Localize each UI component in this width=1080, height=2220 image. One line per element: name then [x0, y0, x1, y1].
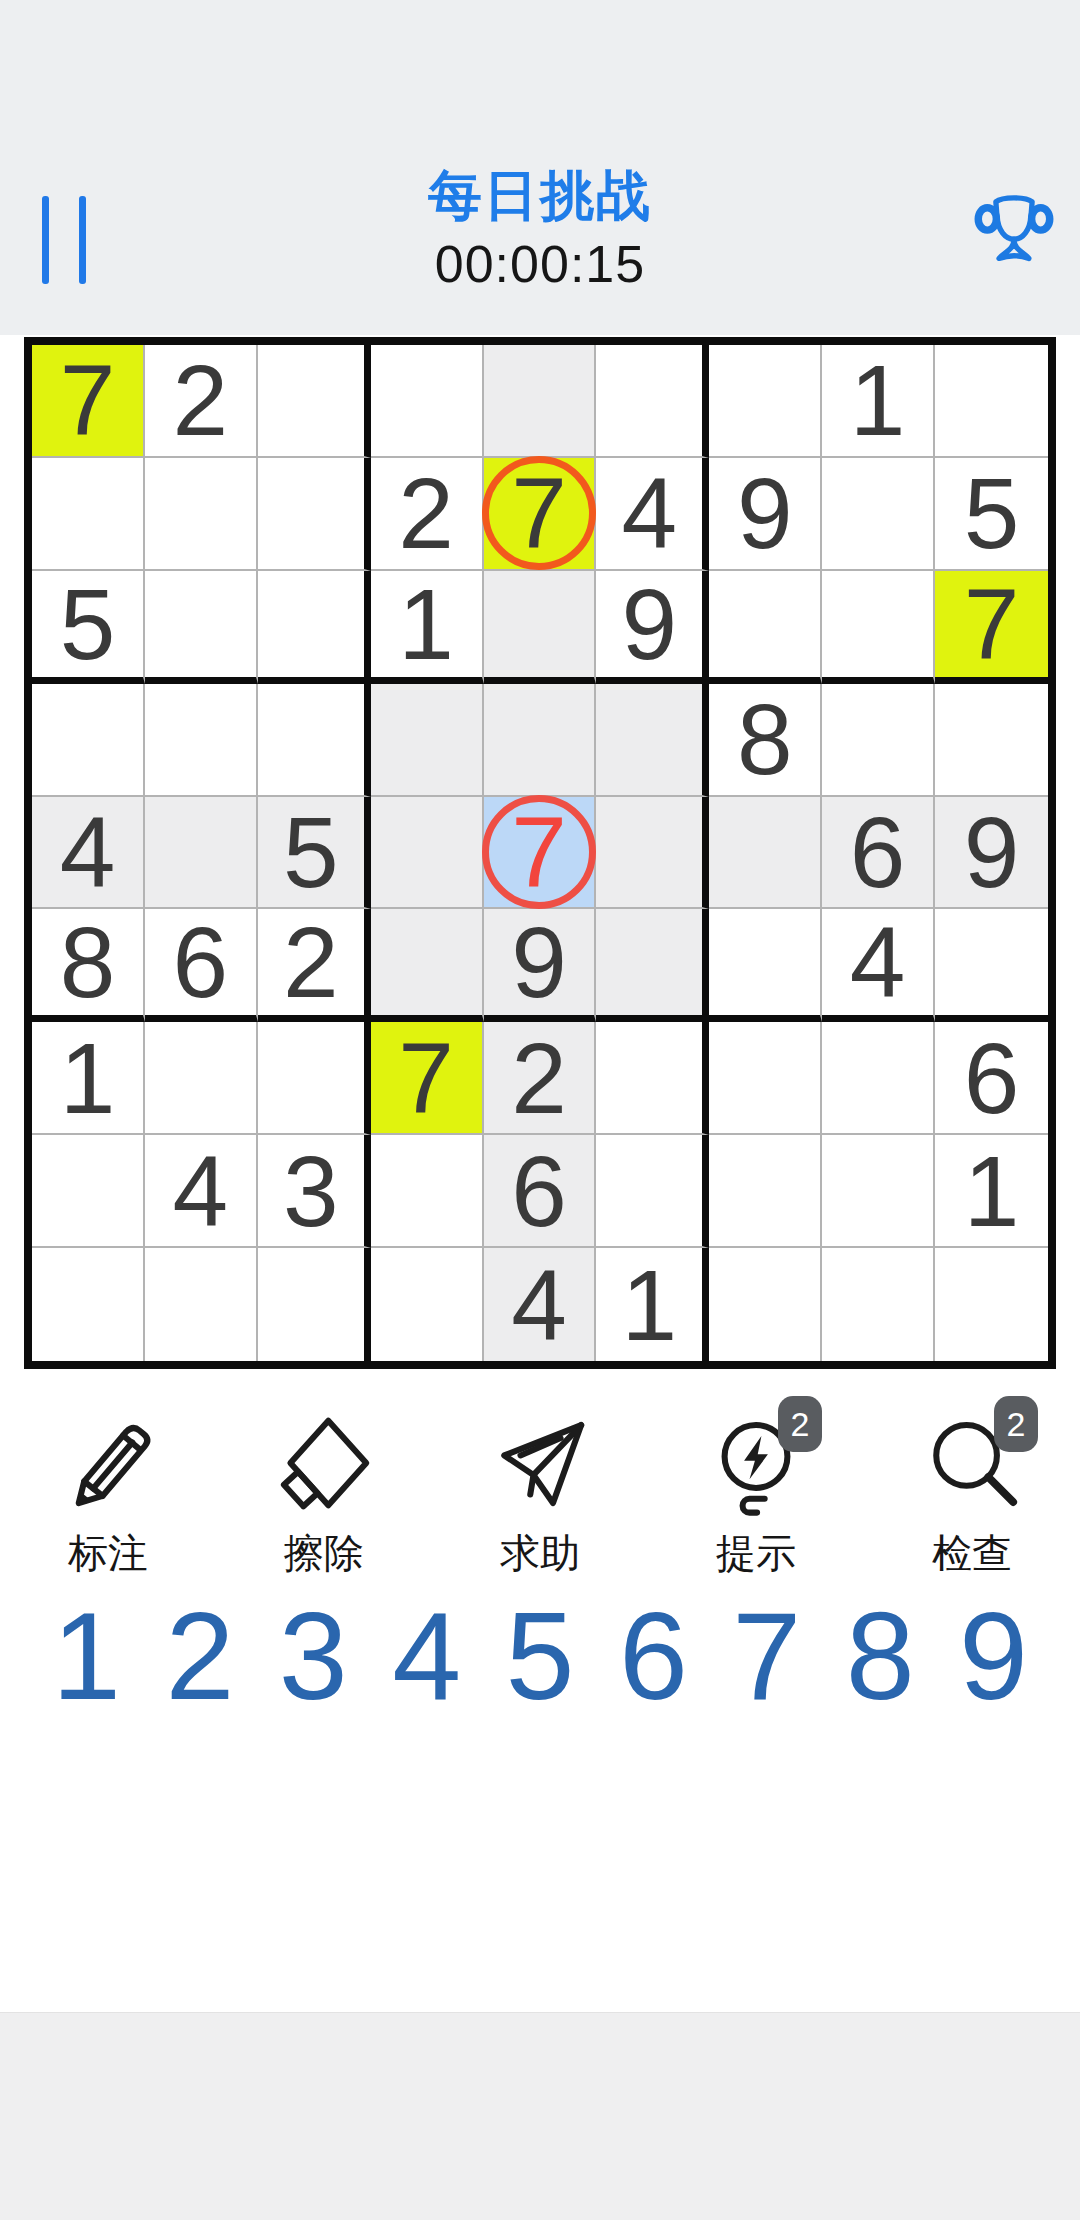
help-label: 求助	[500, 1526, 580, 1581]
sudoku-app-screen: 每日挑战 00:00:15 72127495519784576986294172…	[0, 0, 1080, 2220]
numpad-7[interactable]: 7	[732, 1594, 801, 1718]
cell-value: 1	[850, 350, 906, 450]
numpad-9[interactable]: 9	[959, 1594, 1028, 1718]
cell-r8c6[interactable]	[596, 1135, 709, 1248]
cell-r5c8[interactable]: 6	[822, 797, 935, 910]
cell-r9c9[interactable]	[935, 1248, 1048, 1361]
cell-r8c9[interactable]: 1	[935, 1135, 1048, 1248]
cell-r1c2[interactable]: 2	[145, 345, 258, 458]
cell-r6c2[interactable]: 6	[145, 909, 258, 1022]
eraser-icon	[272, 1408, 376, 1518]
cell-value: 2	[283, 912, 339, 1012]
cell-r9c8[interactable]	[822, 1248, 935, 1361]
header: 每日挑战 00:00:15	[0, 0, 1080, 335]
help-button[interactable]: 求助	[455, 1408, 625, 1581]
annotate-label: 标注	[68, 1526, 148, 1581]
page-title: 每日挑战	[0, 160, 1080, 233]
cell-value: 2	[398, 463, 454, 563]
cell-r9c7[interactable]	[709, 1248, 822, 1361]
paper-plane-icon	[488, 1408, 592, 1518]
cell-r1c9[interactable]	[935, 345, 1048, 458]
cell-r1c6[interactable]	[596, 345, 709, 458]
cell-r2c4[interactable]: 2	[371, 458, 484, 571]
cell-r4c3[interactable]	[258, 684, 371, 797]
cell-r7c2[interactable]	[145, 1022, 258, 1135]
cell-value: 9	[622, 574, 678, 674]
cell-r4c5[interactable]	[484, 684, 597, 797]
bulb-icon: 2	[704, 1408, 808, 1518]
cell-r8c8[interactable]	[822, 1135, 935, 1248]
numpad-4[interactable]: 4	[392, 1594, 461, 1718]
number-pad: 123456789	[0, 1576, 1080, 1736]
cell-r1c8[interactable]: 1	[822, 345, 935, 458]
cell-r4c9[interactable]	[935, 684, 1048, 797]
numpad-3[interactable]: 3	[279, 1594, 348, 1718]
cell-r2c3[interactable]	[258, 458, 371, 571]
cell-value: 9	[964, 802, 1020, 902]
sudoku-board: 721274955197845769862941726436141	[24, 337, 1056, 1369]
check-count-badge: 2	[994, 1396, 1038, 1452]
cell-value: 8	[737, 689, 793, 789]
cell-value: 1	[398, 574, 454, 674]
cell-r3c1[interactable]: 5	[32, 571, 145, 684]
cell-r8c2[interactable]: 4	[145, 1135, 258, 1248]
cell-r2c9[interactable]: 5	[935, 458, 1048, 571]
pencil-icon	[56, 1408, 160, 1518]
cell-r4c4[interactable]	[371, 684, 484, 797]
cell-r2c5[interactable]: 7	[484, 458, 597, 571]
cell-r5c2[interactable]	[145, 797, 258, 910]
cell-value: 5	[964, 463, 1020, 563]
erase-label: 擦除	[284, 1526, 364, 1581]
cell-value: 4	[173, 1141, 229, 1241]
cell-r4c7[interactable]: 8	[709, 684, 822, 797]
cell-r5c6[interactable]	[596, 797, 709, 910]
cell-r7c5[interactable]: 2	[484, 1022, 597, 1135]
cell-r3c5[interactable]	[484, 571, 597, 684]
cell-r9c5[interactable]: 4	[484, 1248, 597, 1361]
cell-value: 1	[964, 1141, 1020, 1241]
cell-r6c4[interactable]	[371, 909, 484, 1022]
cell-r9c3[interactable]	[258, 1248, 371, 1361]
cell-r8c7[interactable]	[709, 1135, 822, 1248]
cell-value: 1	[60, 1028, 116, 1128]
cell-r3c2[interactable]	[145, 571, 258, 684]
numpad-5[interactable]: 5	[506, 1594, 575, 1718]
cell-r6c6[interactable]	[596, 909, 709, 1022]
toolbar: 标注擦除求助2提示2检查	[0, 1408, 1080, 1598]
cell-r2c7[interactable]: 9	[709, 458, 822, 571]
cell-r4c2[interactable]	[145, 684, 258, 797]
cell-value: 5	[283, 802, 339, 902]
cell-r6c7[interactable]	[709, 909, 822, 1022]
cell-r7c3[interactable]	[258, 1022, 371, 1135]
cell-r9c4[interactable]	[371, 1248, 484, 1361]
cell-r5c9[interactable]: 9	[935, 797, 1048, 910]
cell-r8c5[interactable]: 6	[484, 1135, 597, 1248]
hint-button[interactable]: 2提示	[671, 1408, 841, 1581]
cell-r3c3[interactable]	[258, 571, 371, 684]
annotate-button[interactable]: 标注	[23, 1408, 193, 1581]
cell-r9c2[interactable]	[145, 1248, 258, 1361]
cell-r3c8[interactable]	[822, 571, 935, 684]
cell-r6c1[interactable]: 8	[32, 909, 145, 1022]
cell-value: 4	[511, 1255, 567, 1355]
cell-value: 7	[60, 350, 116, 450]
cell-r2c6[interactable]: 4	[596, 458, 709, 571]
cell-value: 1	[622, 1255, 678, 1355]
cell-r3c6[interactable]: 9	[596, 571, 709, 684]
cell-r6c9[interactable]	[935, 909, 1048, 1022]
cell-value: 2	[511, 1028, 567, 1128]
footer-area	[0, 2012, 1080, 2220]
cell-r1c1[interactable]: 7	[32, 345, 145, 458]
erase-button[interactable]: 擦除	[239, 1408, 409, 1581]
cell-r6c3[interactable]: 2	[258, 909, 371, 1022]
check-button[interactable]: 2检查	[887, 1408, 1057, 1581]
cell-r4c8[interactable]	[822, 684, 935, 797]
numpad-1[interactable]: 1	[52, 1594, 121, 1718]
cell-r4c6[interactable]	[596, 684, 709, 797]
cell-r5c4[interactable]	[371, 797, 484, 910]
cell-r8c3[interactable]: 3	[258, 1135, 371, 1248]
cell-r9c1[interactable]	[32, 1248, 145, 1361]
cell-r5c3[interactable]: 5	[258, 797, 371, 910]
cell-r2c2[interactable]	[145, 458, 258, 571]
cell-r8c4[interactable]	[371, 1135, 484, 1248]
cell-value: 4	[850, 912, 906, 1012]
trophy-icon	[966, 188, 1062, 290]
cell-r8c1[interactable]	[32, 1135, 145, 1248]
cell-r3c4[interactable]: 1	[371, 571, 484, 684]
cell-value: 7	[964, 574, 1020, 674]
cell-value: 7	[398, 1028, 454, 1128]
cell-value: 9	[737, 463, 793, 563]
numpad-2[interactable]: 2	[165, 1594, 234, 1718]
cell-r4c1[interactable]	[32, 684, 145, 797]
cell-r6c5[interactable]: 9	[484, 909, 597, 1022]
cell-r7c6[interactable]	[596, 1022, 709, 1135]
cell-r3c7[interactable]	[709, 571, 822, 684]
cell-value: 7	[511, 802, 567, 902]
timer: 00:00:15	[0, 234, 1080, 294]
hint-count-badge: 2	[778, 1396, 822, 1452]
cell-r5c1[interactable]: 4	[32, 797, 145, 910]
magnifier-icon: 2	[920, 1408, 1024, 1518]
cell-value: 6	[964, 1028, 1020, 1128]
hint-label: 提示	[716, 1526, 796, 1581]
cell-r7c7[interactable]	[709, 1022, 822, 1135]
cell-value: 8	[60, 912, 116, 1012]
cell-value: 2	[173, 350, 229, 450]
check-label: 检查	[932, 1526, 1012, 1581]
cell-r2c8[interactable]	[822, 458, 935, 571]
cell-value: 6	[511, 1141, 567, 1241]
cell-value: 4	[622, 463, 678, 563]
cell-value: 9	[511, 912, 567, 1012]
cell-r7c9[interactable]: 6	[935, 1022, 1048, 1135]
cell-r5c7[interactable]	[709, 797, 822, 910]
cell-r1c5[interactable]	[484, 345, 597, 458]
cell-r7c4[interactable]: 7	[371, 1022, 484, 1135]
cell-value: 4	[60, 802, 116, 902]
cell-value: 6	[850, 802, 906, 902]
cell-r3c9[interactable]: 7	[935, 571, 1048, 684]
cell-r6c8[interactable]: 4	[822, 909, 935, 1022]
cell-r5c5[interactable]: 7	[484, 797, 597, 910]
cell-r1c7[interactable]	[709, 345, 822, 458]
cell-r9c6[interactable]: 1	[596, 1248, 709, 1361]
cell-r1c4[interactable]	[371, 345, 484, 458]
cell-r7c1[interactable]: 1	[32, 1022, 145, 1135]
numpad-6[interactable]: 6	[619, 1594, 688, 1718]
cell-value: 7	[511, 463, 567, 563]
cell-value: 6	[173, 912, 229, 1012]
cell-value: 3	[283, 1141, 339, 1241]
cell-r1c3[interactable]	[258, 345, 371, 458]
numpad-8[interactable]: 8	[846, 1594, 915, 1718]
cell-r2c1[interactable]	[32, 458, 145, 571]
cell-r7c8[interactable]	[822, 1022, 935, 1135]
trophy-button[interactable]	[966, 188, 1062, 290]
cell-value: 5	[60, 574, 116, 674]
